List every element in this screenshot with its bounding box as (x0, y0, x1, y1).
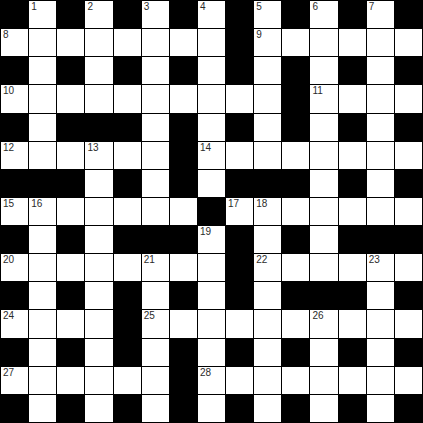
black-cell (1, 170, 28, 197)
clue-number: 10 (3, 85, 14, 97)
clue-number: 6 (312, 1, 318, 13)
white-cell[interactable] (198, 339, 225, 366)
white-cell[interactable] (85, 367, 112, 394)
white-cell[interactable] (367, 142, 394, 169)
white-cell[interactable] (57, 310, 84, 337)
black-cell (170, 170, 197, 197)
white-cell[interactable] (310, 142, 337, 169)
black-cell (170, 339, 197, 366)
clue-number: 9 (256, 29, 262, 41)
white-cell[interactable]: 17 (226, 198, 253, 225)
black-cell (254, 170, 281, 197)
clue-number: 1 (31, 1, 37, 13)
clue-number: 13 (87, 142, 98, 154)
black-cell (57, 395, 84, 422)
white-cell[interactable] (282, 254, 309, 281)
black-cell (1, 339, 28, 366)
clue-number: 23 (369, 254, 380, 266)
white-cell[interactable] (198, 114, 225, 141)
white-cell[interactable] (29, 310, 56, 337)
black-cell (282, 226, 309, 253)
white-cell[interactable] (310, 367, 337, 394)
black-cell (85, 114, 112, 141)
white-cell[interactable]: 10 (1, 85, 28, 112)
white-cell[interactable]: 11 (310, 85, 337, 112)
clue-number: 16 (31, 198, 42, 210)
white-cell[interactable] (114, 198, 141, 225)
black-cell (395, 395, 422, 422)
white-cell[interactable] (339, 198, 366, 225)
white-cell[interactable]: 3 (142, 1, 169, 28)
black-cell (339, 1, 366, 28)
white-cell[interactable] (254, 226, 281, 253)
white-cell[interactable] (310, 170, 337, 197)
white-cell[interactable] (29, 142, 56, 169)
white-cell[interactable]: 24 (1, 310, 28, 337)
black-cell (170, 114, 197, 141)
white-cell[interactable] (198, 57, 225, 84)
black-cell (226, 395, 253, 422)
white-cell[interactable] (57, 29, 84, 56)
black-cell (282, 1, 309, 28)
white-cell[interactable] (310, 226, 337, 253)
white-cell[interactable] (198, 85, 225, 112)
white-cell[interactable] (367, 367, 394, 394)
black-cell (339, 170, 366, 197)
white-cell[interactable] (85, 254, 112, 281)
white-cell[interactable] (254, 85, 281, 112)
white-cell[interactable] (142, 198, 169, 225)
white-cell[interactable] (170, 254, 197, 281)
white-cell[interactable] (142, 367, 169, 394)
black-cell (395, 57, 422, 84)
white-cell[interactable] (85, 395, 112, 422)
black-cell (339, 282, 366, 309)
white-cell[interactable] (29, 29, 56, 56)
white-cell[interactable] (142, 114, 169, 141)
black-cell (339, 395, 366, 422)
black-cell (57, 226, 84, 253)
black-cell (395, 282, 422, 309)
white-cell[interactable] (57, 198, 84, 225)
white-cell[interactable] (395, 254, 422, 281)
clue-number: 14 (200, 142, 211, 154)
clue-number: 15 (3, 198, 14, 210)
white-cell[interactable] (254, 395, 281, 422)
black-cell (226, 339, 253, 366)
white-cell[interactable] (310, 395, 337, 422)
white-cell[interactable] (114, 142, 141, 169)
clue-number: 12 (3, 142, 14, 154)
white-cell[interactable]: 22 (254, 254, 281, 281)
white-cell[interactable] (85, 57, 112, 84)
black-cell (170, 226, 197, 253)
white-cell[interactable]: 2 (85, 1, 112, 28)
white-cell[interactable] (367, 395, 394, 422)
white-cell[interactable] (282, 198, 309, 225)
white-cell[interactable] (142, 282, 169, 309)
white-cell[interactable] (339, 85, 366, 112)
white-cell[interactable] (254, 339, 281, 366)
white-cell[interactable] (85, 198, 112, 225)
black-cell (226, 1, 253, 28)
white-cell[interactable] (114, 367, 141, 394)
white-cell[interactable] (339, 367, 366, 394)
clue-number: 24 (3, 310, 14, 322)
black-cell (1, 282, 28, 309)
black-cell (170, 367, 197, 394)
white-cell[interactable] (29, 282, 56, 309)
clue-number: 27 (3, 367, 14, 379)
black-cell (114, 282, 141, 309)
black-cell (114, 395, 141, 422)
clue-number: 22 (256, 254, 267, 266)
black-cell (57, 282, 84, 309)
white-cell[interactable]: 15 (1, 198, 28, 225)
white-cell[interactable]: 16 (29, 198, 56, 225)
white-cell[interactable] (170, 198, 197, 225)
white-cell[interactable] (29, 226, 56, 253)
white-cell[interactable] (142, 170, 169, 197)
clue-number: 28 (200, 367, 211, 379)
white-cell[interactable] (85, 339, 112, 366)
white-cell[interactable] (57, 367, 84, 394)
white-cell[interactable]: 7 (367, 1, 394, 28)
white-cell[interactable] (395, 85, 422, 112)
white-cell[interactable] (198, 282, 225, 309)
black-cell (226, 29, 253, 56)
white-cell[interactable] (367, 114, 394, 141)
black-cell (282, 395, 309, 422)
white-cell[interactable] (29, 254, 56, 281)
white-cell[interactable]: 18 (254, 198, 281, 225)
white-cell[interactable]: 14 (198, 142, 225, 169)
white-cell[interactable]: 26 (310, 310, 337, 337)
white-cell[interactable]: 28 (198, 367, 225, 394)
white-cell[interactable]: 4 (198, 1, 225, 28)
white-cell[interactable] (29, 85, 56, 112)
clue-number: 5 (256, 1, 262, 13)
white-cell[interactable] (29, 114, 56, 141)
white-cell[interactable] (85, 282, 112, 309)
white-cell[interactable]: 5 (254, 1, 281, 28)
black-cell (339, 226, 366, 253)
black-cell (226, 57, 253, 84)
white-cell[interactable] (142, 57, 169, 84)
white-cell[interactable] (170, 29, 197, 56)
black-cell (226, 170, 253, 197)
black-cell (57, 57, 84, 84)
clue-number: 8 (3, 29, 9, 41)
black-cell (114, 310, 141, 337)
black-cell (395, 1, 422, 28)
black-cell (170, 1, 197, 28)
white-cell[interactable] (85, 170, 112, 197)
black-cell (226, 114, 253, 141)
black-cell (114, 170, 141, 197)
white-cell[interactable] (282, 29, 309, 56)
black-cell (114, 339, 141, 366)
black-cell (114, 226, 141, 253)
clue-number: 11 (312, 85, 322, 97)
white-cell[interactable]: 21 (142, 254, 169, 281)
black-cell (142, 226, 169, 253)
black-cell (339, 339, 366, 366)
white-cell[interactable] (142, 142, 169, 169)
black-cell (282, 57, 309, 84)
white-cell[interactable]: 23 (367, 254, 394, 281)
white-cell[interactable]: 12 (1, 142, 28, 169)
black-cell (339, 114, 366, 141)
white-cell[interactable] (367, 282, 394, 309)
white-cell[interactable] (170, 85, 197, 112)
white-cell[interactable] (142, 395, 169, 422)
white-cell[interactable]: 25 (142, 310, 169, 337)
black-cell (170, 57, 197, 84)
white-cell[interactable] (282, 142, 309, 169)
white-cell[interactable] (226, 85, 253, 112)
white-cell[interactable] (395, 367, 422, 394)
black-cell (57, 1, 84, 28)
clue-number: 3 (144, 1, 150, 13)
black-cell (282, 85, 309, 112)
black-cell (57, 339, 84, 366)
white-cell[interactable]: 9 (254, 29, 281, 56)
clue-number: 18 (256, 198, 267, 210)
white-cell[interactable] (198, 170, 225, 197)
black-cell (282, 282, 309, 309)
white-cell[interactable] (310, 254, 337, 281)
white-cell[interactable]: 27 (1, 367, 28, 394)
white-cell[interactable] (367, 57, 394, 84)
clue-number: 20 (3, 254, 14, 266)
clue-number: 19 (200, 226, 211, 238)
white-cell[interactable]: 19 (198, 226, 225, 253)
black-cell (226, 282, 253, 309)
white-cell[interactable] (142, 339, 169, 366)
black-cell (170, 142, 197, 169)
black-cell (310, 282, 337, 309)
black-cell (1, 1, 28, 28)
white-cell[interactable] (367, 29, 394, 56)
white-cell[interactable] (114, 29, 141, 56)
black-cell (114, 1, 141, 28)
white-cell[interactable] (57, 142, 84, 169)
white-cell[interactable] (114, 85, 141, 112)
clue-number: 26 (312, 310, 323, 322)
black-cell (395, 114, 422, 141)
black-cell (29, 170, 56, 197)
black-cell (367, 226, 394, 253)
white-cell[interactable] (395, 198, 422, 225)
white-cell[interactable] (142, 29, 169, 56)
white-cell[interactable] (254, 142, 281, 169)
black-cell (1, 395, 28, 422)
white-cell[interactable] (29, 339, 56, 366)
black-cell (1, 226, 28, 253)
white-cell[interactable] (254, 114, 281, 141)
black-cell (170, 395, 197, 422)
black-cell (57, 114, 84, 141)
white-cell[interactable] (198, 310, 225, 337)
white-cell[interactable] (142, 85, 169, 112)
white-cell[interactable] (254, 367, 281, 394)
crossword-board: 1234567891011121314151617181920212223242… (0, 0, 423, 423)
clue-number: 7 (369, 1, 375, 13)
white-cell[interactable] (29, 367, 56, 394)
white-cell[interactable] (254, 57, 281, 84)
white-cell[interactable] (198, 254, 225, 281)
clue-number: 21 (144, 254, 155, 266)
white-cell[interactable] (198, 29, 225, 56)
black-cell (282, 339, 309, 366)
white-cell[interactable] (367, 170, 394, 197)
black-cell (226, 254, 253, 281)
white-cell[interactable] (310, 198, 337, 225)
clue-number: 4 (200, 1, 206, 13)
white-cell[interactable] (226, 310, 253, 337)
white-cell[interactable] (57, 85, 84, 112)
white-cell[interactable] (254, 310, 281, 337)
white-cell[interactable]: 1 (29, 1, 56, 28)
white-cell[interactable] (339, 142, 366, 169)
white-cell[interactable] (29, 57, 56, 84)
black-cell (170, 282, 197, 309)
white-cell[interactable] (339, 254, 366, 281)
white-cell[interactable] (85, 29, 112, 56)
white-cell[interactable] (367, 339, 394, 366)
black-cell (226, 226, 253, 253)
white-cell[interactable] (29, 395, 56, 422)
black-cell (1, 57, 28, 84)
white-cell[interactable] (85, 85, 112, 112)
white-cell[interactable] (85, 310, 112, 337)
black-cell (282, 170, 309, 197)
white-cell[interactable] (310, 114, 337, 141)
white-cell[interactable] (170, 310, 197, 337)
white-cell[interactable] (339, 310, 366, 337)
clue-number: 17 (228, 198, 239, 210)
white-cell[interactable] (310, 57, 337, 84)
white-cell[interactable] (395, 142, 422, 169)
black-cell (395, 170, 422, 197)
white-cell[interactable] (85, 226, 112, 253)
white-cell[interactable] (395, 310, 422, 337)
white-cell[interactable] (310, 339, 337, 366)
white-cell[interactable] (226, 367, 253, 394)
clue-number: 25 (144, 310, 155, 322)
white-cell[interactable] (310, 29, 337, 56)
black-cell (395, 339, 422, 366)
white-cell[interactable] (254, 282, 281, 309)
black-cell (282, 114, 309, 141)
black-cell (339, 57, 366, 84)
black-cell (1, 114, 28, 141)
white-cell[interactable]: 6 (310, 1, 337, 28)
clue-number: 2 (87, 1, 93, 13)
white-cell[interactable] (367, 198, 394, 225)
white-cell[interactable] (367, 310, 394, 337)
white-cell[interactable] (198, 395, 225, 422)
white-cell[interactable]: 20 (1, 254, 28, 281)
white-cell[interactable] (395, 29, 422, 56)
black-cell (57, 170, 84, 197)
white-cell[interactable] (226, 142, 253, 169)
white-cell[interactable] (367, 85, 394, 112)
white-cell[interactable] (114, 254, 141, 281)
black-cell (114, 57, 141, 84)
white-cell[interactable] (339, 29, 366, 56)
white-cell[interactable] (282, 310, 309, 337)
black-cell (114, 114, 141, 141)
white-cell[interactable] (57, 254, 84, 281)
white-cell[interactable]: 8 (1, 29, 28, 56)
white-cell[interactable] (282, 367, 309, 394)
white-cell[interactable]: 13 (85, 142, 112, 169)
black-cell (395, 226, 422, 253)
black-cell (198, 198, 225, 225)
